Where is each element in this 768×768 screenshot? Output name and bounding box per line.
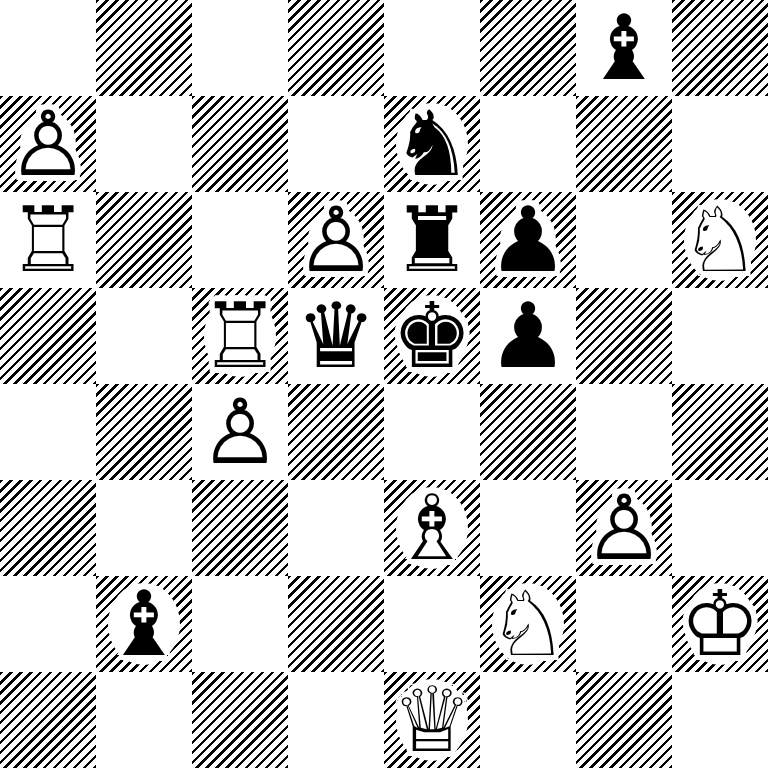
white-pawn-c4: ♙	[200, 384, 281, 480]
black-knight-e7: ♞	[392, 96, 473, 192]
square-f4[interactable]	[480, 384, 576, 480]
square-h7[interactable]	[672, 96, 768, 192]
chess-board: ♝♙♞♖♙♜♟♘♖♛♚♟♙♗♙♝♘♔♕	[0, 0, 768, 768]
square-h3[interactable]	[672, 480, 768, 576]
white-pawn-g3: ♙	[584, 480, 665, 576]
black-queen-d5: ♛	[296, 288, 377, 384]
square-f7[interactable]	[480, 96, 576, 192]
square-g1[interactable]	[576, 672, 672, 768]
square-e3[interactable]: ♗	[384, 480, 480, 576]
square-f8[interactable]	[480, 0, 576, 96]
square-a7[interactable]: ♙	[0, 96, 96, 192]
square-c3[interactable]	[192, 480, 288, 576]
white-bishop-e3: ♗	[392, 480, 473, 576]
square-e5[interactable]: ♚	[384, 288, 480, 384]
square-e2[interactable]	[384, 576, 480, 672]
square-a6[interactable]: ♖	[0, 192, 96, 288]
square-g3[interactable]: ♙	[576, 480, 672, 576]
square-e7[interactable]: ♞	[384, 96, 480, 192]
square-g4[interactable]	[576, 384, 672, 480]
square-f6[interactable]: ♟	[480, 192, 576, 288]
square-b6[interactable]	[96, 192, 192, 288]
square-b7[interactable]	[96, 96, 192, 192]
square-b2[interactable]: ♝	[96, 576, 192, 672]
square-h6[interactable]: ♘	[672, 192, 768, 288]
square-h8[interactable]	[672, 0, 768, 96]
white-queen-e1: ♕	[392, 672, 473, 768]
white-king-h2: ♔	[680, 576, 761, 672]
white-pawn-d6: ♙	[296, 192, 377, 288]
square-d5[interactable]: ♛	[288, 288, 384, 384]
square-g2[interactable]	[576, 576, 672, 672]
square-h2[interactable]: ♔	[672, 576, 768, 672]
black-pawn-f6: ♟	[488, 192, 569, 288]
black-king-e5: ♚	[392, 288, 473, 384]
square-c4[interactable]: ♙	[192, 384, 288, 480]
black-bishop-g8: ♝	[584, 0, 665, 96]
square-g7[interactable]	[576, 96, 672, 192]
square-h1[interactable]	[672, 672, 768, 768]
square-f5[interactable]: ♟	[480, 288, 576, 384]
square-b1[interactable]	[96, 672, 192, 768]
black-bishop-b2: ♝	[104, 576, 185, 672]
square-h5[interactable]	[672, 288, 768, 384]
square-f2[interactable]: ♘	[480, 576, 576, 672]
square-f3[interactable]	[480, 480, 576, 576]
square-c8[interactable]	[192, 0, 288, 96]
white-rook-c5: ♖	[200, 288, 281, 384]
square-a8[interactable]	[0, 0, 96, 96]
square-g5[interactable]	[576, 288, 672, 384]
square-d4[interactable]	[288, 384, 384, 480]
square-e4[interactable]	[384, 384, 480, 480]
square-g6[interactable]	[576, 192, 672, 288]
square-d3[interactable]	[288, 480, 384, 576]
square-b8[interactable]	[96, 0, 192, 96]
square-b3[interactable]	[96, 480, 192, 576]
square-c1[interactable]	[192, 672, 288, 768]
square-e8[interactable]	[384, 0, 480, 96]
square-g8[interactable]: ♝	[576, 0, 672, 96]
square-c7[interactable]	[192, 96, 288, 192]
square-a4[interactable]	[0, 384, 96, 480]
square-a5[interactable]	[0, 288, 96, 384]
square-c2[interactable]	[192, 576, 288, 672]
square-d6[interactable]: ♙	[288, 192, 384, 288]
white-knight-f2: ♘	[488, 576, 569, 672]
square-f1[interactable]	[480, 672, 576, 768]
square-c6[interactable]	[192, 192, 288, 288]
black-pawn-f5: ♟	[488, 288, 569, 384]
square-c5[interactable]: ♖	[192, 288, 288, 384]
white-rook-a6: ♖	[8, 192, 89, 288]
square-a3[interactable]	[0, 480, 96, 576]
square-d7[interactable]	[288, 96, 384, 192]
square-h4[interactable]	[672, 384, 768, 480]
square-d2[interactable]	[288, 576, 384, 672]
square-e1[interactable]: ♕	[384, 672, 480, 768]
square-a1[interactable]	[0, 672, 96, 768]
square-b5[interactable]	[96, 288, 192, 384]
white-knight-h6: ♘	[680, 192, 761, 288]
square-e6[interactable]: ♜	[384, 192, 480, 288]
square-d8[interactable]	[288, 0, 384, 96]
square-a2[interactable]	[0, 576, 96, 672]
square-b4[interactable]	[96, 384, 192, 480]
black-rook-e6: ♜	[392, 192, 473, 288]
white-pawn-a7: ♙	[8, 96, 89, 192]
square-d1[interactable]	[288, 672, 384, 768]
